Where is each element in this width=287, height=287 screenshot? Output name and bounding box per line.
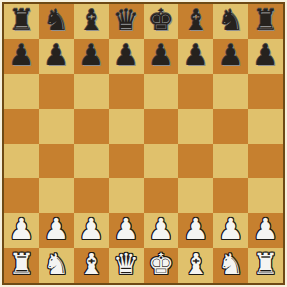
square-g5[interactable]	[213, 109, 248, 144]
square-e7[interactable]: ♟	[144, 39, 179, 74]
square-h8[interactable]: ♜	[248, 4, 283, 39]
square-a8[interactable]: ♜	[4, 4, 39, 39]
board-frame-outer: ♜♞♝♛♚♝♞♜♟♟♟♟♟♟♟♟♟♟♟♟♟♟♟♟♜♞♝♛♚♝♞♜	[0, 0, 287, 287]
square-c4[interactable]	[74, 144, 109, 179]
white-bishop[interactable]: ♝	[78, 250, 104, 279]
square-e2[interactable]: ♟	[144, 213, 179, 248]
square-c3[interactable]	[74, 178, 109, 213]
square-a7[interactable]: ♟	[4, 39, 39, 74]
square-c8[interactable]: ♝	[74, 4, 109, 39]
square-b6[interactable]	[39, 74, 74, 109]
square-f5[interactable]	[178, 109, 213, 144]
chess-board: ♜♞♝♛♚♝♞♜♟♟♟♟♟♟♟♟♟♟♟♟♟♟♟♟♜♞♝♛♚♝♞♜	[4, 4, 283, 283]
square-e4[interactable]	[144, 144, 179, 179]
square-h7[interactable]: ♟	[248, 39, 283, 74]
square-g2[interactable]: ♟	[213, 213, 248, 248]
square-d4[interactable]	[109, 144, 144, 179]
square-d8[interactable]: ♛	[109, 4, 144, 39]
square-e5[interactable]	[144, 109, 179, 144]
square-f1[interactable]: ♝	[178, 248, 213, 283]
square-b1[interactable]: ♞	[39, 248, 74, 283]
white-knight[interactable]: ♞	[218, 250, 244, 279]
square-e1[interactable]: ♚	[144, 248, 179, 283]
black-rook[interactable]: ♜	[8, 6, 34, 35]
white-pawn[interactable]: ♟	[218, 215, 244, 244]
square-d5[interactable]	[109, 109, 144, 144]
square-f6[interactable]	[178, 74, 213, 109]
square-f7[interactable]: ♟	[178, 39, 213, 74]
square-b7[interactable]: ♟	[39, 39, 74, 74]
square-d1[interactable]: ♛	[109, 248, 144, 283]
square-a6[interactable]	[4, 74, 39, 109]
black-pawn[interactable]: ♟	[43, 41, 69, 70]
black-pawn[interactable]: ♟	[78, 41, 104, 70]
black-pawn[interactable]: ♟	[113, 41, 139, 70]
square-h6[interactable]	[248, 74, 283, 109]
square-g3[interactable]	[213, 178, 248, 213]
square-d3[interactable]	[109, 178, 144, 213]
square-f2[interactable]: ♟	[178, 213, 213, 248]
square-a5[interactable]	[4, 109, 39, 144]
square-b3[interactable]	[39, 178, 74, 213]
square-e8[interactable]: ♚	[144, 4, 179, 39]
black-knight[interactable]: ♞	[43, 6, 69, 35]
white-pawn[interactable]: ♟	[78, 215, 104, 244]
white-king[interactable]: ♚	[148, 250, 174, 279]
white-knight[interactable]: ♞	[43, 250, 69, 279]
white-pawn[interactable]: ♟	[183, 215, 209, 244]
black-pawn[interactable]: ♟	[148, 41, 174, 70]
white-pawn[interactable]: ♟	[8, 215, 34, 244]
black-pawn[interactable]: ♟	[218, 41, 244, 70]
square-e6[interactable]	[144, 74, 179, 109]
board-frame-inner: ♜♞♝♛♚♝♞♜♟♟♟♟♟♟♟♟♟♟♟♟♟♟♟♟♜♞♝♛♚♝♞♜	[2, 2, 285, 285]
black-pawn[interactable]: ♟	[253, 41, 279, 70]
square-f3[interactable]	[178, 178, 213, 213]
square-b2[interactable]: ♟	[39, 213, 74, 248]
square-c1[interactable]: ♝	[74, 248, 109, 283]
black-knight[interactable]: ♞	[218, 6, 244, 35]
square-h1[interactable]: ♜	[248, 248, 283, 283]
black-bishop[interactable]: ♝	[183, 6, 209, 35]
black-queen[interactable]: ♛	[113, 6, 139, 35]
square-h2[interactable]: ♟	[248, 213, 283, 248]
white-pawn[interactable]: ♟	[43, 215, 69, 244]
square-g8[interactable]: ♞	[213, 4, 248, 39]
black-rook[interactable]: ♜	[253, 6, 279, 35]
square-b5[interactable]	[39, 109, 74, 144]
square-g1[interactable]: ♞	[213, 248, 248, 283]
black-bishop[interactable]: ♝	[78, 6, 104, 35]
square-f4[interactable]	[178, 144, 213, 179]
black-pawn[interactable]: ♟	[183, 41, 209, 70]
white-pawn[interactable]: ♟	[148, 215, 174, 244]
white-pawn[interactable]: ♟	[113, 215, 139, 244]
square-a4[interactable]	[4, 144, 39, 179]
square-g6[interactable]	[213, 74, 248, 109]
square-d7[interactable]: ♟	[109, 39, 144, 74]
white-pawn[interactable]: ♟	[253, 215, 279, 244]
square-d6[interactable]	[109, 74, 144, 109]
square-d2[interactable]: ♟	[109, 213, 144, 248]
black-king[interactable]: ♚	[148, 6, 174, 35]
square-e3[interactable]	[144, 178, 179, 213]
square-c7[interactable]: ♟	[74, 39, 109, 74]
white-rook[interactable]: ♜	[253, 250, 279, 279]
white-rook[interactable]: ♜	[8, 250, 34, 279]
square-g4[interactable]	[213, 144, 248, 179]
square-f8[interactable]: ♝	[178, 4, 213, 39]
square-b8[interactable]: ♞	[39, 4, 74, 39]
square-c6[interactable]	[74, 74, 109, 109]
square-h4[interactable]	[248, 144, 283, 179]
square-b4[interactable]	[39, 144, 74, 179]
square-h3[interactable]	[248, 178, 283, 213]
black-pawn[interactable]: ♟	[8, 41, 34, 70]
white-queen[interactable]: ♛	[113, 250, 139, 279]
white-bishop[interactable]: ♝	[183, 250, 209, 279]
square-a2[interactable]: ♟	[4, 213, 39, 248]
square-a1[interactable]: ♜	[4, 248, 39, 283]
square-g7[interactable]: ♟	[213, 39, 248, 74]
square-h5[interactable]	[248, 109, 283, 144]
square-a3[interactable]	[4, 178, 39, 213]
square-c5[interactable]	[74, 109, 109, 144]
square-c2[interactable]: ♟	[74, 213, 109, 248]
